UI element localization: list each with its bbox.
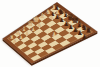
chess-set-photo: ♜♜♞♞♟♟♝♝♟♟♛♚♟♚♟♛♝♟♟♞♝♟♟♜♞♟♟♟♜♟♟♟ bbox=[0, 0, 100, 67]
piece-white-pawn[interactable]: ♟ bbox=[19, 35, 23, 40]
piece-black-pawn[interactable]: ♟ bbox=[82, 33, 88, 40]
chessboard: ♜♜♞♞♟♟♝♝♟♟♛♚♟♚♟♛♝♟♟♞♝♟♟♜♞♟♟♟♜♟♟♟ bbox=[0, 0, 100, 67]
piece-white-pawn[interactable]: ♟ bbox=[25, 31, 29, 36]
piece-white-bishop[interactable]: ♝ bbox=[39, 12, 45, 20]
piece-white-bishop[interactable]: ♝ bbox=[21, 25, 27, 32]
piece-white-pawn[interactable]: ♟ bbox=[37, 22, 42, 28]
piece-white-pawn[interactable]: ♟ bbox=[31, 26, 35, 32]
piece-white-pawn[interactable]: ♟ bbox=[13, 39, 17, 44]
piece-white-pawn[interactable]: ♟ bbox=[49, 14, 54, 20]
piece-white-pawn[interactable]: ♟ bbox=[52, 31, 57, 37]
